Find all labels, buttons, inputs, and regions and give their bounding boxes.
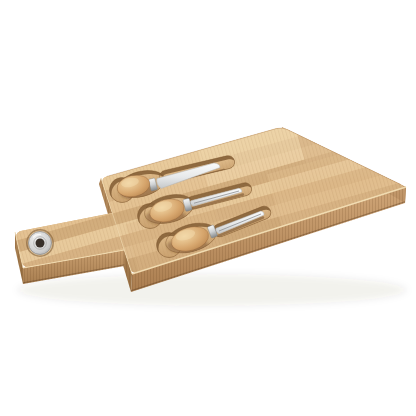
product-photo <box>0 0 416 416</box>
grommet-hole <box>36 239 45 248</box>
photo-canvas <box>0 0 416 416</box>
cheese-board-illustration <box>0 0 416 416</box>
ground-shadow <box>17 274 407 306</box>
handle-grommet <box>27 230 53 256</box>
